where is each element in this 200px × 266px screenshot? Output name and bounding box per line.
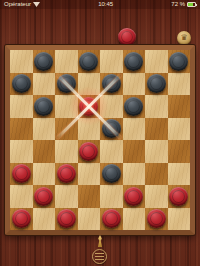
square-r5c7[interactable] <box>145 140 168 163</box>
black-piece[interactable] <box>169 52 188 71</box>
black-piece[interactable] <box>124 97 143 116</box>
square-r2c7[interactable] <box>145 73 168 96</box>
black-piece[interactable] <box>12 74 31 93</box>
square-r3c8[interactable] <box>168 95 191 118</box>
battery-percent-label: 72 % <box>171 0 185 9</box>
black-piece[interactable] <box>102 74 121 93</box>
board-grid <box>10 50 190 230</box>
red-piece[interactable] <box>57 164 76 183</box>
square-r7c3[interactable] <box>55 185 78 208</box>
menu-button[interactable] <box>92 249 107 264</box>
turn-indicator <box>97 235 103 247</box>
square-r5c8[interactable] <box>168 140 191 163</box>
square-r8c1[interactable] <box>10 208 33 231</box>
square-r1c2[interactable] <box>33 50 56 73</box>
square-r8c7[interactable] <box>145 208 168 231</box>
square-r7c2[interactable] <box>33 185 56 208</box>
wifi-icon <box>33 2 40 7</box>
square-r2c5[interactable] <box>100 73 123 96</box>
square-r7c5[interactable] <box>100 185 123 208</box>
square-r8c4[interactable] <box>78 208 101 231</box>
checkers-board <box>5 45 195 235</box>
square-r7c6[interactable] <box>123 185 146 208</box>
square-r5c2[interactable] <box>33 140 56 163</box>
black-piece[interactable] <box>102 119 121 138</box>
square-r1c8[interactable] <box>168 50 191 73</box>
captured-red-piece <box>118 28 136 46</box>
square-r8c8[interactable] <box>168 208 191 231</box>
square-r1c3[interactable] <box>55 50 78 73</box>
square-r4c4[interactable] <box>78 118 101 141</box>
square-r6c4[interactable] <box>78 163 101 186</box>
square-r8c6[interactable] <box>123 208 146 231</box>
square-r3c4[interactable] <box>78 95 101 118</box>
square-r2c6[interactable] <box>123 73 146 96</box>
square-r3c2[interactable] <box>33 95 56 118</box>
square-r1c5[interactable] <box>100 50 123 73</box>
clock-label: 10:45 <box>98 0 113 9</box>
square-r7c8[interactable] <box>168 185 191 208</box>
square-r4c6[interactable] <box>123 118 146 141</box>
square-r2c2[interactable] <box>33 73 56 96</box>
square-r4c2[interactable] <box>33 118 56 141</box>
square-r6c3[interactable] <box>55 163 78 186</box>
black-piece[interactable] <box>79 52 98 71</box>
carrier-label: Opérateur <box>4 0 31 9</box>
black-piece[interactable] <box>34 97 53 116</box>
square-r3c6[interactable] <box>123 95 146 118</box>
square-r1c7[interactable] <box>145 50 168 73</box>
player-badge-button[interactable]: ♛ <box>177 31 191 45</box>
square-r6c8[interactable] <box>168 163 191 186</box>
battery-group: 72 % <box>171 0 196 9</box>
square-r2c4[interactable] <box>78 73 101 96</box>
square-r6c6[interactable] <box>123 163 146 186</box>
square-r4c1[interactable] <box>10 118 33 141</box>
square-r8c3[interactable] <box>55 208 78 231</box>
app-screen: Opérateur 10:45 72 % ♛ <box>0 0 200 266</box>
red-piece[interactable] <box>102 209 121 228</box>
red-piece[interactable] <box>169 187 188 206</box>
red-piece[interactable] <box>12 164 31 183</box>
black-piece[interactable] <box>147 74 166 93</box>
square-r5c3[interactable] <box>55 140 78 163</box>
square-r6c1[interactable] <box>10 163 33 186</box>
carrier-group: Opérateur <box>4 0 40 9</box>
square-r3c7[interactable] <box>145 95 168 118</box>
square-r2c8[interactable] <box>168 73 191 96</box>
square-r6c7[interactable] <box>145 163 168 186</box>
square-r3c1[interactable] <box>10 95 33 118</box>
square-r4c8[interactable] <box>168 118 191 141</box>
square-r5c1[interactable] <box>10 140 33 163</box>
square-r2c3[interactable] <box>55 73 78 96</box>
black-piece[interactable] <box>102 164 121 183</box>
black-piece[interactable] <box>34 52 53 71</box>
crown-icon: ♛ <box>180 31 187 45</box>
square-r4c5[interactable] <box>100 118 123 141</box>
square-r5c6[interactable] <box>123 140 146 163</box>
square-r8c2[interactable] <box>33 208 56 231</box>
status-bar: Opérateur 10:45 72 % <box>0 0 200 9</box>
red-piece[interactable] <box>79 142 98 161</box>
square-r6c5[interactable] <box>100 163 123 186</box>
square-r4c3[interactable] <box>55 118 78 141</box>
square-r7c7[interactable] <box>145 185 168 208</box>
square-r8c5[interactable] <box>100 208 123 231</box>
hamburger-menu-icon <box>95 253 104 260</box>
square-r5c5[interactable] <box>100 140 123 163</box>
red-piece[interactable] <box>34 187 53 206</box>
square-r3c5[interactable] <box>100 95 123 118</box>
red-piece[interactable] <box>147 209 166 228</box>
black-piece[interactable] <box>57 74 76 93</box>
square-r7c4[interactable] <box>78 185 101 208</box>
square-r2c1[interactable] <box>10 73 33 96</box>
red-piece[interactable] <box>57 209 76 228</box>
square-r7c1[interactable] <box>10 185 33 208</box>
red-piece[interactable] <box>12 209 31 228</box>
square-r1c6[interactable] <box>123 50 146 73</box>
square-r1c1[interactable] <box>10 50 33 73</box>
square-r3c3[interactable] <box>55 95 78 118</box>
battery-icon <box>187 2 196 7</box>
red-piece[interactable] <box>124 187 143 206</box>
square-r4c7[interactable] <box>145 118 168 141</box>
square-r6c2[interactable] <box>33 163 56 186</box>
square-r1c4[interactable] <box>78 50 101 73</box>
black-piece[interactable] <box>124 52 143 71</box>
red-piece[interactable] <box>79 97 98 116</box>
square-r5c4[interactable] <box>78 140 101 163</box>
